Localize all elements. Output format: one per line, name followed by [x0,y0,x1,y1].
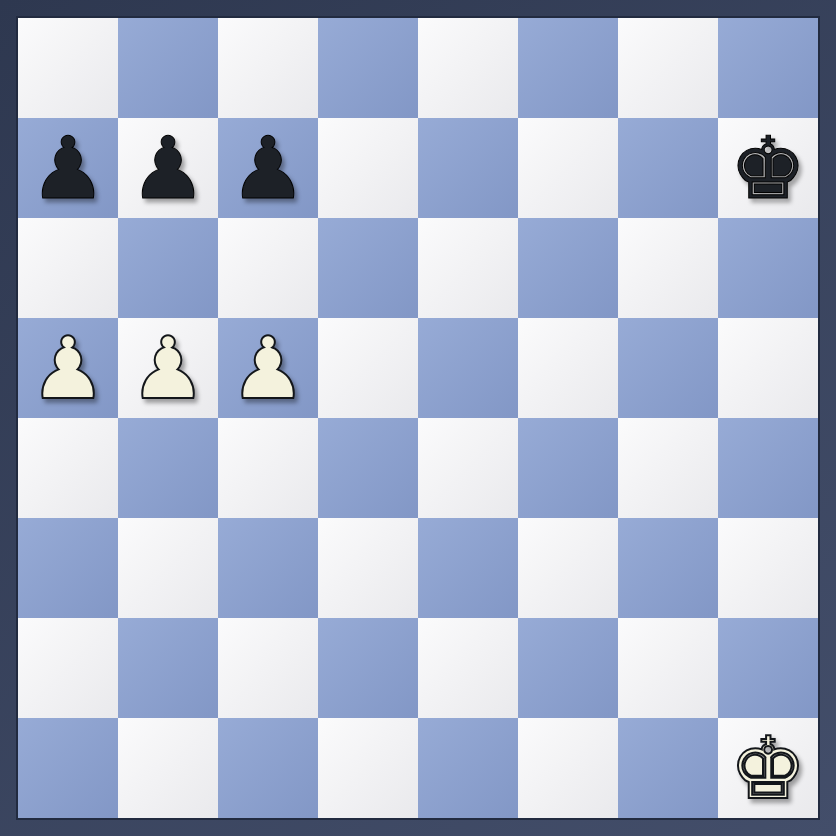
square-e7[interactable] [418,118,518,218]
square-h7[interactable]: ♚ [718,118,818,218]
square-e5[interactable] [418,318,518,418]
piece-black-pawn[interactable]: ♟ [29,118,106,218]
square-b4[interactable] [118,418,218,518]
square-c8[interactable] [218,18,318,118]
square-d8[interactable] [318,18,418,118]
square-e4[interactable] [418,418,518,518]
square-a2[interactable] [18,618,118,718]
square-c6[interactable] [218,218,318,318]
square-f4[interactable] [518,418,618,518]
square-g6[interactable] [618,218,718,318]
square-h1[interactable]: ♚ [718,718,818,818]
square-a4[interactable] [18,418,118,518]
square-c1[interactable] [218,718,318,818]
square-h6[interactable] [718,218,818,318]
square-b5[interactable]: ♟ [118,318,218,418]
square-g3[interactable] [618,518,718,618]
square-f3[interactable] [518,518,618,618]
square-b3[interactable] [118,518,218,618]
square-d2[interactable] [318,618,418,718]
square-e6[interactable] [418,218,518,318]
square-d7[interactable] [318,118,418,218]
square-a8[interactable] [18,18,118,118]
square-g1[interactable] [618,718,718,818]
chess-board-frame: ♟♟♟♚♟♟♟♚ [0,0,836,836]
piece-black-pawn[interactable]: ♟ [229,118,306,218]
square-f7[interactable] [518,118,618,218]
square-g2[interactable] [618,618,718,718]
square-e3[interactable] [418,518,518,618]
piece-white-pawn[interactable]: ♟ [29,318,106,418]
piece-white-king[interactable]: ♚ [729,718,806,818]
square-a1[interactable] [18,718,118,818]
square-f2[interactable] [518,618,618,718]
square-d5[interactable] [318,318,418,418]
piece-black-pawn[interactable]: ♟ [129,118,206,218]
square-d6[interactable] [318,218,418,318]
square-d3[interactable] [318,518,418,618]
square-b8[interactable] [118,18,218,118]
square-g8[interactable] [618,18,718,118]
square-c2[interactable] [218,618,318,718]
square-a7[interactable]: ♟ [18,118,118,218]
square-c4[interactable] [218,418,318,518]
square-e1[interactable] [418,718,518,818]
square-e8[interactable] [418,18,518,118]
square-f1[interactable] [518,718,618,818]
square-h3[interactable] [718,518,818,618]
square-h2[interactable] [718,618,818,718]
square-c7[interactable]: ♟ [218,118,318,218]
square-h4[interactable] [718,418,818,518]
square-c5[interactable]: ♟ [218,318,318,418]
piece-white-pawn[interactable]: ♟ [229,318,306,418]
piece-black-king[interactable]: ♚ [729,118,806,218]
square-d1[interactable] [318,718,418,818]
square-a3[interactable] [18,518,118,618]
square-b1[interactable] [118,718,218,818]
square-h8[interactable] [718,18,818,118]
square-b2[interactable] [118,618,218,718]
square-c3[interactable] [218,518,318,618]
square-a5[interactable]: ♟ [18,318,118,418]
square-g7[interactable] [618,118,718,218]
piece-white-pawn[interactable]: ♟ [129,318,206,418]
square-e2[interactable] [418,618,518,718]
square-b6[interactable] [118,218,218,318]
chess-board: ♟♟♟♚♟♟♟♚ [18,18,818,818]
square-f5[interactable] [518,318,618,418]
square-b7[interactable]: ♟ [118,118,218,218]
square-h5[interactable] [718,318,818,418]
square-a6[interactable] [18,218,118,318]
square-f6[interactable] [518,218,618,318]
square-f8[interactable] [518,18,618,118]
square-d4[interactable] [318,418,418,518]
square-g4[interactable] [618,418,718,518]
square-g5[interactable] [618,318,718,418]
